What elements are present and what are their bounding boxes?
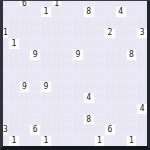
cell-r3-c2[interactable]: [20, 29, 30, 39]
puzzle-window-frame: 611841231998994483661111: [0, 0, 150, 150]
cell-r13-c12-given-1: 1: [127, 136, 137, 146]
cell-r12-c1[interactable]: [9, 125, 19, 135]
cell-r13-c7[interactable]: [73, 136, 83, 146]
cell-r1-c10[interactable]: [105, 7, 115, 17]
cell-r13-c9-given-1: 1: [95, 136, 105, 146]
cell-r5-c0[interactable]: [3, 50, 8, 60]
cell-r6-c8[interactable]: [84, 61, 94, 71]
cell-r2-c1[interactable]: [9, 18, 19, 28]
cell-r4-c13[interactable]: [137, 39, 147, 49]
cell-r11-c9[interactable]: [95, 115, 105, 125]
cell-r8-c5[interactable]: [52, 82, 62, 92]
cell-r6-c10[interactable]: [105, 61, 115, 71]
cell-r2-c6[interactable]: [62, 18, 72, 28]
cell-r6-c6[interactable]: [62, 61, 72, 71]
cell-r9-c3[interactable]: [30, 93, 40, 103]
cell-r10-c5[interactable]: [52, 104, 62, 114]
cell-r2-c11[interactable]: [116, 18, 126, 28]
cell-r9-c9[interactable]: [95, 93, 105, 103]
cell-r7-c0[interactable]: [3, 72, 8, 82]
cell-r0-c4[interactable]: [41, 1, 51, 6]
cell-r11-c8-given-8: 8: [84, 115, 94, 125]
cell-r7-c13[interactable]: [137, 72, 147, 82]
cell-r3-c12[interactable]: [127, 29, 137, 39]
cell-r11-c13[interactable]: [137, 115, 147, 125]
cell-r4-c5[interactable]: [52, 39, 62, 49]
cell-r3-c8[interactable]: [84, 29, 94, 39]
cell-r5-c10[interactable]: [105, 50, 115, 60]
cell-r2-c2[interactable]: [20, 18, 30, 28]
cell-r7-c1[interactable]: [9, 72, 19, 82]
cell-r11-c0[interactable]: [3, 115, 8, 125]
cell-r0-c9[interactable]: [95, 1, 105, 6]
cell-r3-c9[interactable]: [95, 29, 105, 39]
cell-r0-c6[interactable]: [62, 1, 72, 6]
cell-r6-c13[interactable]: [137, 61, 147, 71]
cell-r0-c11[interactable]: [116, 1, 126, 6]
cell-r9-c1[interactable]: [9, 93, 19, 103]
cell-r10-c0[interactable]: [3, 104, 8, 114]
cell-r8-c4-given-9: 9: [41, 82, 51, 92]
cell-r4-c8[interactable]: [84, 39, 94, 49]
cell-r4-c1-given-1: 1: [9, 39, 19, 49]
cell-r8-c10[interactable]: [105, 82, 115, 92]
cell-r6-c2[interactable]: [20, 61, 30, 71]
cell-r8-c3[interactable]: [30, 82, 40, 92]
cell-r10-c6[interactable]: [62, 104, 72, 114]
cell-r11-c12[interactable]: [127, 115, 137, 125]
cell-r11-c7[interactable]: [73, 115, 83, 125]
puzzle-grid: 611841231998994483661111: [3, 1, 147, 146]
cell-r13-c2[interactable]: [20, 136, 30, 146]
cell-r12-c11[interactable]: [116, 125, 126, 135]
cell-r3-c7[interactable]: [73, 29, 83, 39]
cell-r13-c8[interactable]: [84, 136, 94, 146]
cell-r3-c1[interactable]: [9, 29, 19, 39]
cell-r12-c2[interactable]: [20, 125, 30, 135]
cell-r12-c9[interactable]: [95, 125, 105, 135]
cell-r2-c5[interactable]: [52, 18, 62, 28]
cell-r8-c12[interactable]: [127, 82, 137, 92]
cell-r12-c3-given-6: 6: [30, 125, 40, 135]
cell-r0-c2-given-6: 6: [20, 1, 30, 6]
cell-r10-c10[interactable]: [105, 104, 115, 114]
cell-r0-c1[interactable]: [9, 1, 19, 6]
cell-r3-c11[interactable]: [116, 29, 126, 39]
cell-r2-c8[interactable]: [84, 18, 94, 28]
cell-r0-c12[interactable]: [127, 1, 137, 6]
cell-r2-c12[interactable]: [127, 18, 137, 28]
cell-r2-c4[interactable]: [41, 18, 51, 28]
cell-r9-c10[interactable]: [105, 93, 115, 103]
cell-r10-c1[interactable]: [9, 104, 19, 114]
cell-r11-c2[interactable]: [20, 115, 30, 125]
cell-r6-c5[interactable]: [52, 61, 62, 71]
cell-r11-c1[interactable]: [9, 115, 19, 125]
cell-r6-c12[interactable]: [127, 61, 137, 71]
cell-r10-c13-given-4: 4: [137, 104, 147, 114]
cell-r11-c6[interactable]: [62, 115, 72, 125]
cell-r9-c13[interactable]: [137, 93, 147, 103]
cell-r1-c11-given-4: 4: [116, 7, 126, 17]
cell-r5-c6[interactable]: [62, 50, 72, 60]
cell-r12-c8[interactable]: [84, 125, 94, 135]
cell-r12-c6[interactable]: [62, 125, 72, 135]
cell-r10-c2[interactable]: [20, 104, 30, 114]
cell-r1-c4-given-1: 1: [41, 7, 51, 17]
cell-r0-c7[interactable]: [73, 1, 83, 6]
cell-r9-c2[interactable]: [20, 93, 30, 103]
cell-r12-c12[interactable]: [127, 125, 137, 135]
cell-r10-c8[interactable]: [84, 104, 94, 114]
cell-r5-c13[interactable]: [137, 50, 147, 60]
cell-r13-c13[interactable]: [137, 136, 147, 146]
cell-r11-c4[interactable]: [41, 115, 51, 125]
cell-r4-c12[interactable]: [127, 39, 137, 49]
cell-r0-c0[interactable]: [3, 1, 8, 6]
cell-r7-c9[interactable]: [95, 72, 105, 82]
cell-r1-c12[interactable]: [127, 7, 137, 17]
cell-r7-c4[interactable]: [41, 72, 51, 82]
cell-r0-c3[interactable]: [30, 1, 40, 6]
cell-r12-c5[interactable]: [52, 125, 62, 135]
cell-r11-c11[interactable]: [116, 115, 126, 125]
cell-r5-c12-given-8: 8: [127, 50, 137, 60]
cell-r12-c10-given-6: 6: [105, 125, 115, 135]
cell-r2-c0[interactable]: [3, 18, 8, 28]
cell-r2-c10[interactable]: [105, 18, 115, 28]
cell-r12-c7[interactable]: [73, 125, 83, 135]
cell-r5-c11[interactable]: [116, 50, 126, 60]
cell-r13-c11[interactable]: [116, 136, 126, 146]
cell-r1-c9[interactable]: [95, 7, 105, 17]
cell-r2-c3[interactable]: [30, 18, 40, 28]
cell-r5-c7-given-9: 9: [73, 50, 83, 60]
cell-r8-c9[interactable]: [95, 82, 105, 92]
cell-r13-c10[interactable]: [105, 136, 115, 146]
cell-r1-c8-given-8: 8: [84, 7, 94, 17]
cell-r11-c10[interactable]: [105, 115, 115, 125]
cell-r4-c0[interactable]: [3, 39, 8, 49]
cell-r13-c5[interactable]: [52, 136, 62, 146]
cell-r8-c0[interactable]: [3, 82, 8, 92]
cell-r1-c1[interactable]: [9, 7, 19, 17]
cell-r3-c10-given-2: 2: [105, 29, 115, 39]
cell-r0-c13[interactable]: [137, 1, 147, 6]
cell-r12-c0-given-3: 3: [3, 125, 8, 135]
cell-r8-c7[interactable]: [73, 82, 83, 92]
cell-r8-c2-given-9: 9: [20, 82, 30, 92]
cell-r13-c1-given-1: 1: [9, 136, 19, 146]
cell-r10-c11[interactable]: [116, 104, 126, 114]
cell-r9-c5[interactable]: [52, 93, 62, 103]
cell-r8-c13[interactable]: [137, 82, 147, 92]
cell-r5-c2[interactable]: [20, 50, 30, 60]
cell-r10-c9[interactable]: [95, 104, 105, 114]
cell-r10-c4[interactable]: [41, 104, 51, 114]
cell-r4-c2[interactable]: [20, 39, 30, 49]
cell-r5-c3-given-9: 9: [30, 50, 40, 60]
cell-r6-c9[interactable]: [95, 61, 105, 71]
cell-r6-c1[interactable]: [9, 61, 19, 71]
cell-r8-c11[interactable]: [116, 82, 126, 92]
cell-r4-c6[interactable]: [62, 39, 72, 49]
cell-r6-c4[interactable]: [41, 61, 51, 71]
cell-r7-c11[interactable]: [116, 72, 126, 82]
cell-r0-c10[interactable]: [105, 1, 115, 6]
cell-r1-c6[interactable]: [62, 7, 72, 17]
cell-r4-c10[interactable]: [105, 39, 115, 49]
cell-r6-c3[interactable]: [30, 61, 40, 71]
cell-r7-c2[interactable]: [20, 72, 30, 82]
cell-r5-c4[interactable]: [41, 50, 51, 60]
cell-r7-c6[interactable]: [62, 72, 72, 82]
cell-r7-c3[interactable]: [30, 72, 40, 82]
cell-r6-c0[interactable]: [3, 61, 8, 71]
cell-r13-c4-given-1: 1: [41, 136, 51, 146]
cell-r8-c1[interactable]: [9, 82, 19, 92]
cell-r11-c5[interactable]: [52, 115, 62, 125]
cell-r11-c3[interactable]: [30, 115, 40, 125]
cell-r4-c11[interactable]: [116, 39, 126, 49]
cell-r2-c13[interactable]: [137, 18, 147, 28]
cell-r1-c5[interactable]: [52, 7, 62, 17]
cell-r12-c4[interactable]: [41, 125, 51, 135]
cell-r3-c5[interactable]: [52, 29, 62, 39]
cell-r0-c8[interactable]: [84, 1, 94, 6]
cell-r2-c9[interactable]: [95, 18, 105, 28]
cell-r8-c8[interactable]: [84, 82, 94, 92]
cell-r9-c12[interactable]: [127, 93, 137, 103]
cell-r1-c7[interactable]: [73, 7, 83, 17]
cell-r6-c7[interactable]: [73, 61, 83, 71]
cell-r3-c13-given-3: 3: [137, 29, 147, 39]
cell-r10-c3[interactable]: [30, 104, 40, 114]
cell-r7-c10[interactable]: [105, 72, 115, 82]
cell-r12-c13[interactable]: [137, 125, 147, 135]
cell-r7-c12[interactable]: [127, 72, 137, 82]
cell-r3-c4[interactable]: [41, 29, 51, 39]
cell-r13-c3[interactable]: [30, 136, 40, 146]
cell-r9-c0[interactable]: [3, 93, 8, 103]
cell-r1-c13[interactable]: [137, 7, 147, 17]
cell-r9-c11[interactable]: [116, 93, 126, 103]
cell-r0-c5-given-1: 1: [52, 1, 62, 6]
cell-r9-c8-given-4: 4: [84, 93, 94, 103]
cell-r7-c8[interactable]: [84, 72, 94, 82]
cell-r1-c3[interactable]: [30, 7, 40, 17]
cell-r9-c6[interactable]: [62, 93, 72, 103]
cell-r10-c7[interactable]: [73, 104, 83, 114]
cell-r10-c12[interactable]: [127, 104, 137, 114]
cell-r1-c0[interactable]: [3, 7, 8, 17]
cell-r7-c7[interactable]: [73, 72, 83, 82]
cell-r6-c11[interactable]: [116, 61, 126, 71]
cell-r5-c5[interactable]: [52, 50, 62, 60]
cell-r3-c6[interactable]: [62, 29, 72, 39]
cell-r4-c9[interactable]: [95, 39, 105, 49]
cell-r4-c3[interactable]: [30, 39, 40, 49]
cell-r5-c1[interactable]: [9, 50, 19, 60]
cell-r9-c4[interactable]: [41, 93, 51, 103]
cell-r3-c3[interactable]: [30, 29, 40, 39]
cell-r3-c0-given-1: 1: [3, 29, 8, 39]
cell-r5-c9[interactable]: [95, 50, 105, 60]
cell-r8-c6[interactable]: [62, 82, 72, 92]
cell-r2-c7[interactable]: [73, 18, 83, 28]
cell-r1-c2[interactable]: [20, 7, 30, 17]
cell-r4-c7[interactable]: [73, 39, 83, 49]
cell-r4-c4[interactable]: [41, 39, 51, 49]
cell-r5-c8[interactable]: [84, 50, 94, 60]
cell-r13-c6[interactable]: [62, 136, 72, 146]
cell-r9-c7[interactable]: [73, 93, 83, 103]
cell-r7-c5[interactable]: [52, 72, 62, 82]
cell-r13-c0[interactable]: [3, 136, 8, 146]
